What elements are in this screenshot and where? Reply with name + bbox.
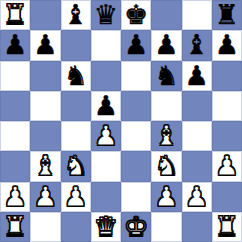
piece-white-rook[interactable]: ♜ (215, 212, 239, 242)
piece-white-knight[interactable]: ♞ (64, 151, 88, 181)
square-g3[interactable] (182, 151, 212, 181)
square-e4[interactable] (121, 121, 151, 151)
square-g1[interactable] (182, 212, 212, 242)
piece-white-pawn[interactable]: ♟ (154, 182, 178, 212)
square-h1[interactable]: ♜ (212, 212, 242, 242)
square-f1[interactable] (151, 212, 181, 242)
square-d8[interactable]: ♛ (91, 0, 121, 30)
square-e7[interactable]: ♟ (121, 30, 151, 60)
square-a2[interactable]: ♟ (0, 182, 30, 212)
square-f5[interactable] (151, 91, 181, 121)
piece-black-pawn[interactable]: ♟ (185, 61, 209, 91)
piece-white-bishop[interactable]: ♝ (154, 121, 178, 151)
piece-black-knight[interactable]: ♞ (154, 61, 178, 91)
square-b7[interactable]: ♟ (30, 30, 60, 60)
piece-black-king[interactable]: ♚ (124, 0, 148, 30)
piece-white-pawn[interactable]: ♟ (94, 121, 118, 151)
piece-white-king[interactable]: ♚ (124, 212, 148, 242)
square-h2[interactable] (212, 182, 242, 212)
square-c8[interactable]: ♝ (61, 0, 91, 30)
square-d1[interactable]: ♛ (91, 212, 121, 242)
square-b8[interactable] (30, 0, 60, 30)
piece-white-pawn[interactable]: ♟ (185, 182, 209, 212)
piece-black-pawn[interactable]: ♟ (154, 30, 178, 60)
piece-black-pawn[interactable]: ♟ (33, 30, 57, 60)
square-e5[interactable] (121, 91, 151, 121)
square-f3[interactable]: ♞ (151, 151, 181, 181)
piece-white-queen[interactable]: ♛ (94, 212, 118, 242)
square-d3[interactable] (91, 151, 121, 181)
piece-black-bishop[interactable]: ♝ (185, 30, 209, 60)
square-g4[interactable] (182, 121, 212, 151)
square-g6[interactable]: ♟ (182, 61, 212, 91)
piece-white-pawn[interactable]: ♟ (215, 151, 239, 181)
square-b2[interactable]: ♟ (30, 182, 60, 212)
square-a5[interactable] (0, 91, 30, 121)
piece-black-knight[interactable]: ♞ (64, 61, 88, 91)
square-d5[interactable]: ♟ (91, 91, 121, 121)
square-b4[interactable] (30, 121, 60, 151)
square-e3[interactable] (121, 151, 151, 181)
square-b5[interactable] (30, 91, 60, 121)
square-e8[interactable]: ♚ (121, 0, 151, 30)
square-c3[interactable]: ♞ (61, 151, 91, 181)
square-f2[interactable]: ♟ (151, 182, 181, 212)
square-d2[interactable] (91, 182, 121, 212)
square-e6[interactable] (121, 61, 151, 91)
piece-black-queen[interactable]: ♛ (94, 0, 118, 30)
piece-black-pawn[interactable]: ♟ (3, 30, 27, 60)
square-a3[interactable] (0, 151, 30, 181)
piece-white-rook[interactable]: ♜ (3, 0, 27, 30)
piece-black-bishop[interactable]: ♝ (64, 0, 88, 30)
square-a7[interactable]: ♟ (0, 30, 30, 60)
square-f8[interactable] (151, 0, 181, 30)
piece-black-pawn[interactable]: ♟ (215, 30, 239, 60)
square-a4[interactable] (0, 121, 30, 151)
square-f6[interactable]: ♞ (151, 61, 181, 91)
square-f4[interactable]: ♝ (151, 121, 181, 151)
square-b6[interactable] (30, 61, 60, 91)
square-h4[interactable] (212, 121, 242, 151)
piece-white-pawn[interactable]: ♟ (64, 182, 88, 212)
chess-board: ♜♝♛♚♜♟♟♟♟♝♟♞♞♟♟♟♝♝♞♞♟♟♟♟♟♟♜♛♚♜ (0, 0, 242, 242)
square-d6[interactable] (91, 61, 121, 91)
piece-black-pawn[interactable]: ♟ (94, 91, 118, 121)
square-f7[interactable]: ♟ (151, 30, 181, 60)
square-h5[interactable] (212, 91, 242, 121)
piece-black-rook[interactable]: ♜ (215, 0, 239, 30)
square-e1[interactable]: ♚ (121, 212, 151, 242)
square-e2[interactable] (121, 182, 151, 212)
square-g8[interactable] (182, 0, 212, 30)
piece-white-rook[interactable]: ♜ (3, 212, 27, 242)
piece-white-pawn[interactable]: ♟ (3, 182, 27, 212)
square-c5[interactable] (61, 91, 91, 121)
piece-white-pawn[interactable]: ♟ (33, 182, 57, 212)
square-c1[interactable] (61, 212, 91, 242)
piece-white-bishop[interactable]: ♝ (33, 151, 57, 181)
piece-white-knight[interactable]: ♞ (154, 151, 178, 181)
piece-black-pawn[interactable]: ♟ (124, 30, 148, 60)
square-a8[interactable]: ♜ (0, 0, 30, 30)
square-h6[interactable] (212, 61, 242, 91)
square-h3[interactable]: ♟ (212, 151, 242, 181)
square-h8[interactable]: ♜ (212, 0, 242, 30)
square-c6[interactable]: ♞ (61, 61, 91, 91)
square-b1[interactable] (30, 212, 60, 242)
square-c7[interactable] (61, 30, 91, 60)
square-a6[interactable] (0, 61, 30, 91)
square-a1[interactable]: ♜ (0, 212, 30, 242)
square-g5[interactable] (182, 91, 212, 121)
square-b3[interactable]: ♝ (30, 151, 60, 181)
square-g7[interactable]: ♝ (182, 30, 212, 60)
square-c4[interactable] (61, 121, 91, 151)
square-c2[interactable]: ♟ (61, 182, 91, 212)
square-d7[interactable] (91, 30, 121, 60)
square-g2[interactable]: ♟ (182, 182, 212, 212)
square-h7[interactable]: ♟ (212, 30, 242, 60)
square-d4[interactable]: ♟ (91, 121, 121, 151)
